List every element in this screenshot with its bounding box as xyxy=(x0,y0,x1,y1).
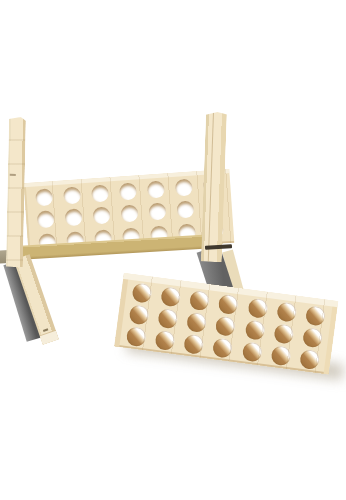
empty-hole xyxy=(215,316,236,337)
empty-hole xyxy=(120,205,138,223)
empty-hole xyxy=(35,188,53,206)
wood-knot xyxy=(43,328,48,332)
empty-hole xyxy=(302,327,323,348)
empty-hole xyxy=(176,201,194,219)
board-hole xyxy=(265,343,297,368)
board-hole xyxy=(178,331,210,356)
board-hole xyxy=(86,204,116,229)
empty-hole xyxy=(148,203,166,221)
board-hole xyxy=(236,339,268,364)
board-hole xyxy=(149,327,181,352)
front-board-panel xyxy=(114,273,338,375)
empty-hole xyxy=(184,333,205,354)
board-hole xyxy=(31,208,61,233)
empty-hole xyxy=(299,348,320,369)
empty-hole xyxy=(160,287,181,308)
empty-hole xyxy=(244,319,265,340)
empty-hole xyxy=(118,182,136,200)
product-photo xyxy=(0,0,346,500)
board-hole xyxy=(85,181,115,206)
board-hole xyxy=(29,185,59,210)
empty-hole xyxy=(36,211,54,229)
board-hole xyxy=(169,175,199,200)
empty-hole xyxy=(157,308,178,329)
empty-hole xyxy=(247,298,268,319)
joint-shadow-line xyxy=(205,244,232,250)
empty-hole xyxy=(273,323,294,344)
board-hole xyxy=(142,200,172,225)
wood-grain xyxy=(6,117,26,267)
empty-hole xyxy=(212,337,233,358)
wood-seam xyxy=(208,112,214,262)
empty-hole xyxy=(218,294,239,315)
empty-hole xyxy=(241,341,262,362)
wood-speck xyxy=(10,174,16,176)
empty-hole xyxy=(131,283,152,304)
empty-hole xyxy=(90,184,108,202)
board-hole xyxy=(207,335,239,360)
empty-hole xyxy=(126,326,147,347)
board-hole xyxy=(170,198,200,223)
empty-hole xyxy=(189,290,210,311)
board-hole xyxy=(294,347,326,372)
board-hole xyxy=(141,177,171,202)
board-hole xyxy=(114,202,144,227)
board-hole xyxy=(121,324,153,349)
board-hole xyxy=(57,183,87,208)
empty-hole xyxy=(305,306,326,327)
empty-hole xyxy=(64,209,82,227)
empty-hole xyxy=(270,345,291,366)
empty-hole xyxy=(155,329,176,350)
front-panel-grid xyxy=(121,281,332,372)
board-hole xyxy=(58,206,88,231)
empty-hole xyxy=(92,207,110,225)
left-post xyxy=(6,117,26,267)
empty-hole xyxy=(174,178,192,196)
empty-hole xyxy=(276,302,297,323)
empty-hole xyxy=(146,180,164,198)
empty-hole xyxy=(63,186,81,204)
empty-hole xyxy=(186,312,207,333)
empty-hole xyxy=(129,304,150,325)
board-hole xyxy=(113,179,143,204)
